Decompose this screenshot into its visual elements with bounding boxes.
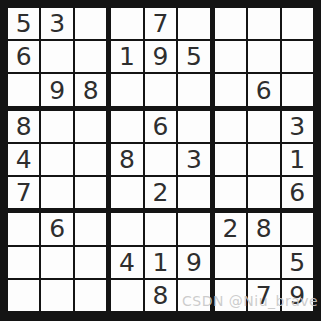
cell-r1c4[interactable] [111,8,142,39]
cell-r9c9[interactable]: 9 [282,280,313,311]
cell-r8c6[interactable]: 9 [178,247,209,278]
cell-r7c5[interactable] [145,213,176,244]
cell-r4c1[interactable]: 8 [8,111,39,142]
cell-r1c7[interactable] [215,8,246,39]
cell-r9c4[interactable] [111,280,142,311]
box-r1c1: 53698 [8,8,106,106]
cell-r6c5[interactable]: 2 [145,177,176,208]
cell-r6c6[interactable] [178,177,209,208]
cell-r1c2[interactable]: 3 [41,8,72,39]
box-r2c2: 6832 [111,111,209,209]
cell-r7c2[interactable]: 6 [41,213,72,244]
cell-r8c2[interactable] [41,247,72,278]
cell-r4c7[interactable] [215,111,246,142]
box-r1c3: 6 [215,8,313,106]
cell-r2c3[interactable] [75,41,106,72]
cell-r1c3[interactable] [75,8,106,39]
box-r2c1: 847 [8,111,106,209]
cell-r1c5[interactable]: 7 [145,8,176,39]
cell-r2c1[interactable]: 6 [8,41,39,72]
cell-r5c3[interactable] [75,144,106,175]
cell-r8c4[interactable]: 4 [111,247,142,278]
cell-r4c3[interactable] [75,111,106,142]
cell-r4c8[interactable] [248,111,279,142]
cell-r6c4[interactable] [111,177,142,208]
cell-r8c3[interactable] [75,247,106,278]
cell-r2c6[interactable]: 5 [178,41,209,72]
cell-r7c7[interactable]: 2 [215,213,246,244]
cell-r8c8[interactable] [248,247,279,278]
cell-r3c5[interactable] [145,74,176,105]
cell-r6c9[interactable]: 6 [282,177,313,208]
cell-r7c6[interactable] [178,213,209,244]
cell-r9c2[interactable] [41,280,72,311]
sudoku-board: 536987195684768323166419828579CSDN @Niu_… [0,0,321,321]
cell-r4c2[interactable] [41,111,72,142]
cell-r3c6[interactable] [178,74,209,105]
cell-r1c9[interactable] [282,8,313,39]
cell-r2c7[interactable] [215,41,246,72]
cell-r9c8[interactable]: 7 [248,280,279,311]
cell-r7c9[interactable] [282,213,313,244]
cell-r5c6[interactable]: 3 [178,144,209,175]
cell-r1c6[interactable] [178,8,209,39]
box-r2c3: 316 [215,111,313,209]
cell-r2c4[interactable]: 1 [111,41,142,72]
cell-r8c7[interactable] [215,247,246,278]
cell-r2c5[interactable]: 9 [145,41,176,72]
cell-r4c5[interactable]: 6 [145,111,176,142]
cell-r7c8[interactable]: 8 [248,213,279,244]
cell-r3c4[interactable] [111,74,142,105]
cell-r8c9[interactable]: 5 [282,247,313,278]
cell-r5c1[interactable]: 4 [8,144,39,175]
cell-r4c6[interactable] [178,111,209,142]
cell-r3c1[interactable] [8,74,39,105]
cell-r5c9[interactable]: 1 [282,144,313,175]
cell-r6c2[interactable] [41,177,72,208]
cell-r6c3[interactable] [75,177,106,208]
cell-r2c8[interactable] [248,41,279,72]
cell-r4c4[interactable] [111,111,142,142]
cell-r9c6[interactable] [178,280,209,311]
cell-r3c8[interactable]: 6 [248,74,279,105]
cell-r4c9[interactable]: 3 [282,111,313,142]
cell-r3c7[interactable] [215,74,246,105]
cell-r2c9[interactable] [282,41,313,72]
cell-r8c1[interactable] [8,247,39,278]
box-r1c2: 7195 [111,8,209,106]
cell-r9c3[interactable] [75,280,106,311]
cell-r1c1[interactable]: 5 [8,8,39,39]
box-r3c1: 6 [8,213,106,311]
cell-r7c3[interactable] [75,213,106,244]
box-r3c3: 28579 [215,213,313,311]
cell-r8c5[interactable]: 1 [145,247,176,278]
cell-r3c3[interactable]: 8 [75,74,106,105]
cell-r3c2[interactable]: 9 [41,74,72,105]
box-r3c2: 4198 [111,213,209,311]
cell-r5c5[interactable] [145,144,176,175]
cell-r5c8[interactable] [248,144,279,175]
cell-r6c1[interactable]: 7 [8,177,39,208]
cell-r9c7[interactable] [215,280,246,311]
cell-r7c1[interactable] [8,213,39,244]
cell-r7c4[interactable] [111,213,142,244]
cell-r2c2[interactable] [41,41,72,72]
cell-r5c4[interactable]: 8 [111,144,142,175]
cell-r9c1[interactable] [8,280,39,311]
cell-r5c2[interactable] [41,144,72,175]
cell-r1c8[interactable] [248,8,279,39]
cell-r5c7[interactable] [215,144,246,175]
cell-r6c7[interactable] [215,177,246,208]
cell-r3c9[interactable] [282,74,313,105]
cell-r6c8[interactable] [248,177,279,208]
cell-r9c5[interactable]: 8 [145,280,176,311]
